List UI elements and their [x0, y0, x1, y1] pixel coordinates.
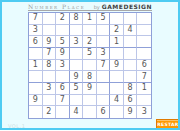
title-bar: Number Place by GAMEDESIGN — [28, 3, 152, 11]
brand-name: GAMEDESIGN — [102, 3, 152, 10]
cell-r9c2[interactable]: 2 — [43, 106, 57, 118]
cell-r4c7[interactable] — [110, 48, 124, 60]
cell-r9c5[interactable] — [83, 106, 97, 118]
brand-credit: by GAMEDESIGN — [94, 3, 152, 10]
cell-r3c3[interactable]: 5 — [56, 36, 70, 48]
cell-r7c5[interactable]: 9 — [83, 83, 97, 95]
cell-r6c4[interactable]: 9 — [70, 71, 84, 83]
cell-r8c4[interactable] — [70, 95, 84, 107]
cell-r4c8[interactable] — [124, 48, 138, 60]
cell-r8c2[interactable] — [43, 95, 57, 107]
cell-r2c7[interactable]: 2 — [110, 25, 124, 37]
playtime-label: PLAYTIME: — [58, 129, 88, 131]
cell-r2c6[interactable] — [97, 25, 111, 37]
cell-r3c5[interactable]: 2 — [83, 36, 97, 48]
status-bar: VOL.1 PLAYTIME: 00:15.2 RESTART — [2, 119, 180, 130]
cell-r3c9[interactable] — [137, 36, 151, 48]
cell-r3c8[interactable] — [124, 36, 138, 48]
cell-r3c7[interactable]: 1 — [110, 36, 124, 48]
cell-r9c9[interactable]: 3 — [137, 106, 151, 118]
cell-r8c6[interactable] — [97, 95, 111, 107]
cell-r9c7[interactable] — [110, 106, 124, 118]
game-title: Number Place — [28, 4, 85, 10]
cell-r3c6[interactable] — [97, 36, 111, 48]
cell-r8c7[interactable]: 4 — [110, 95, 124, 107]
cell-r4c9[interactable] — [137, 48, 151, 60]
cell-r5c9[interactable]: 6 — [137, 60, 151, 72]
cell-r1c8[interactable] — [124, 13, 138, 25]
cell-r9c6[interactable]: 6 — [97, 106, 111, 118]
cell-r2c3[interactable] — [56, 25, 70, 37]
cell-r1c7[interactable] — [110, 13, 124, 25]
cell-r4c1[interactable] — [29, 48, 43, 60]
cell-r6c8[interactable] — [124, 71, 138, 83]
cell-r6c6[interactable] — [97, 71, 111, 83]
cell-r7c4[interactable]: 5 — [70, 83, 84, 95]
cell-r3c2[interactable]: 9 — [43, 36, 57, 48]
game-window: Number Place by GAMEDESIGN 7281532469532… — [0, 0, 180, 130]
cell-r4c4[interactable] — [70, 48, 84, 60]
cell-r6c7[interactable] — [110, 71, 124, 83]
cell-r7c8[interactable]: 8 — [124, 83, 138, 95]
cell-r9c8[interactable]: 9 — [124, 106, 138, 118]
cell-r8c5[interactable] — [83, 95, 97, 107]
cell-r6c3[interactable] — [56, 71, 70, 83]
cell-r1c1[interactable]: 7 — [29, 13, 43, 25]
playtime: PLAYTIME: 00:15.2 — [28, 121, 152, 130]
cell-r9c1[interactable] — [29, 106, 43, 118]
playtime-value: 00:15.2 — [93, 128, 123, 131]
by-label: by — [94, 4, 100, 10]
cell-r2c8[interactable]: 4 — [124, 25, 138, 37]
cell-r6c1[interactable] — [29, 71, 43, 83]
cell-r8c9[interactable] — [137, 95, 151, 107]
cell-r5c6[interactable]: 7 — [97, 60, 111, 72]
cell-r2c9[interactable] — [137, 25, 151, 37]
cell-r6c2[interactable] — [43, 71, 57, 83]
cell-r4c2[interactable]: 7 — [43, 48, 57, 60]
cell-r5c3[interactable]: 3 — [56, 60, 70, 72]
cell-r8c3[interactable]: 7 — [56, 95, 70, 107]
restart-button[interactable]: RESTART — [156, 119, 180, 130]
cell-r7c2[interactable]: 3 — [43, 83, 57, 95]
cell-r5c5[interactable] — [83, 60, 97, 72]
sudoku-board: 7281532469532179531837969873659819746246… — [28, 12, 152, 119]
cell-r7c1[interactable] — [29, 83, 43, 95]
cell-r7c7[interactable] — [110, 83, 124, 95]
cell-r1c3[interactable]: 2 — [56, 13, 70, 25]
cell-r2c4[interactable] — [70, 25, 84, 37]
cell-r3c1[interactable]: 6 — [29, 36, 43, 48]
cell-r2c5[interactable] — [83, 25, 97, 37]
cell-r5c4[interactable] — [70, 60, 84, 72]
cell-r5c8[interactable] — [124, 60, 138, 72]
cell-r2c2[interactable] — [43, 25, 57, 37]
cell-r4c3[interactable]: 9 — [56, 48, 70, 60]
cell-r1c6[interactable]: 5 — [97, 13, 111, 25]
cell-r5c7[interactable]: 9 — [110, 60, 124, 72]
cell-r8c1[interactable]: 9 — [29, 95, 43, 107]
cell-r9c3[interactable] — [56, 106, 70, 118]
cell-r9c4[interactable]: 4 — [70, 106, 84, 118]
cell-r7c3[interactable]: 6 — [56, 83, 70, 95]
cell-r1c2[interactable] — [43, 13, 57, 25]
cell-r2c1[interactable]: 3 — [29, 25, 43, 37]
cell-r1c5[interactable]: 1 — [83, 13, 97, 25]
cell-r3c4[interactable]: 3 — [70, 36, 84, 48]
cell-r7c9[interactable]: 1 — [137, 83, 151, 95]
cell-r1c9[interactable] — [137, 13, 151, 25]
cell-r4c6[interactable]: 3 — [97, 48, 111, 60]
cell-r7c6[interactable] — [97, 83, 111, 95]
cell-r8c8[interactable]: 6 — [124, 95, 138, 107]
cell-r4c5[interactable]: 5 — [83, 48, 97, 60]
cell-r5c1[interactable]: 1 — [29, 60, 43, 72]
cell-r1c4[interactable]: 8 — [70, 13, 84, 25]
cell-r5c2[interactable]: 8 — [43, 60, 57, 72]
cell-r6c9[interactable]: 7 — [137, 71, 151, 83]
cell-r6c5[interactable]: 8 — [83, 71, 97, 83]
footnote-label: VOL.1 — [8, 123, 25, 129]
